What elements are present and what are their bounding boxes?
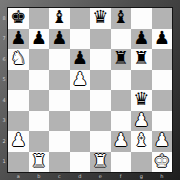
square-g7[interactable]: ♟ bbox=[131, 29, 152, 50]
file-labels: abcdefgh bbox=[8, 172, 172, 180]
rank-label-8: 8 bbox=[0, 8, 8, 29]
square-g2[interactable]: ♝ bbox=[131, 131, 152, 152]
piece-black-bishop: ♝ bbox=[113, 8, 129, 26]
square-a5[interactable] bbox=[8, 70, 29, 91]
square-f7[interactable] bbox=[111, 29, 132, 50]
square-c7[interactable]: ♟ bbox=[49, 29, 70, 50]
piece-black-queen: ♛ bbox=[92, 8, 108, 26]
square-e3[interactable] bbox=[90, 111, 111, 132]
rank-label-3: 3 bbox=[0, 111, 8, 132]
file-label-e: e bbox=[90, 172, 111, 180]
file-label-h: h bbox=[152, 172, 173, 180]
piece-black-pawn: ♟ bbox=[10, 29, 26, 47]
square-d6[interactable]: ♟ bbox=[70, 49, 91, 70]
square-h8[interactable] bbox=[152, 8, 173, 29]
square-d2[interactable] bbox=[70, 131, 91, 152]
square-b1[interactable]: ♜ bbox=[29, 152, 50, 173]
square-f4[interactable] bbox=[111, 90, 132, 111]
square-a8[interactable]: ♚ bbox=[8, 8, 29, 29]
square-h2[interactable]: ♟ bbox=[152, 131, 173, 152]
file-label-a: a bbox=[8, 172, 29, 180]
square-e6[interactable] bbox=[90, 49, 111, 70]
piece-white-rook: ♜ bbox=[31, 152, 47, 170]
square-c8[interactable]: ♝ bbox=[49, 8, 70, 29]
square-g5[interactable] bbox=[131, 70, 152, 91]
square-d7[interactable] bbox=[70, 29, 91, 50]
square-c2[interactable] bbox=[49, 131, 70, 152]
square-g6[interactable]: ♜ bbox=[131, 49, 152, 70]
piece-white-pawn: ♟ bbox=[10, 131, 26, 149]
square-h4[interactable] bbox=[152, 90, 173, 111]
piece-white-rook: ♜ bbox=[92, 152, 108, 170]
square-e7[interactable] bbox=[90, 29, 111, 50]
square-b7[interactable]: ♟ bbox=[29, 29, 50, 50]
piece-white-pawn: ♟ bbox=[133, 111, 149, 129]
square-d3[interactable] bbox=[70, 111, 91, 132]
square-f8[interactable]: ♝ bbox=[111, 8, 132, 29]
square-b3[interactable] bbox=[29, 111, 50, 132]
file-label-d: d bbox=[70, 172, 91, 180]
square-f6[interactable]: ♜ bbox=[111, 49, 132, 70]
square-b8[interactable] bbox=[29, 8, 50, 29]
square-a3[interactable] bbox=[8, 111, 29, 132]
square-d1[interactable] bbox=[70, 152, 91, 173]
piece-white-king: ♚ bbox=[154, 152, 170, 170]
rank-labels: 87654321 bbox=[0, 8, 8, 172]
square-c4[interactable] bbox=[49, 90, 70, 111]
file-label-f: f bbox=[111, 172, 132, 180]
square-g3[interactable]: ♟ bbox=[131, 111, 152, 132]
file-label-g: g bbox=[131, 172, 152, 180]
rank-label-2: 2 bbox=[0, 131, 8, 152]
square-f1[interactable] bbox=[111, 152, 132, 173]
file-label-b: b bbox=[29, 172, 50, 180]
square-e5[interactable] bbox=[90, 70, 111, 91]
square-b2[interactable] bbox=[29, 131, 50, 152]
piece-black-pawn: ♟ bbox=[31, 29, 47, 47]
square-b4[interactable] bbox=[29, 90, 50, 111]
piece-black-rook: ♜ bbox=[113, 49, 129, 67]
square-b5[interactable] bbox=[29, 70, 50, 91]
square-e2[interactable] bbox=[90, 131, 111, 152]
square-h3[interactable] bbox=[152, 111, 173, 132]
rank-label-4: 4 bbox=[0, 90, 8, 111]
square-d4[interactable] bbox=[70, 90, 91, 111]
square-e8[interactable]: ♛ bbox=[90, 8, 111, 29]
piece-black-king: ♚ bbox=[10, 8, 26, 26]
piece-black-rook: ♜ bbox=[133, 49, 149, 67]
piece-black-bishop: ♝ bbox=[51, 8, 67, 26]
piece-white-knight: ♞ bbox=[10, 49, 26, 67]
piece-black-pawn: ♟ bbox=[133, 29, 149, 47]
square-d8[interactable] bbox=[70, 8, 91, 29]
square-h7[interactable]: ♟ bbox=[152, 29, 173, 50]
piece-white-pawn: ♟ bbox=[113, 131, 129, 149]
square-c5[interactable] bbox=[49, 70, 70, 91]
square-g1[interactable] bbox=[131, 152, 152, 173]
square-f2[interactable]: ♟ bbox=[111, 131, 132, 152]
square-b6[interactable] bbox=[29, 49, 50, 70]
rank-label-6: 6 bbox=[0, 49, 8, 70]
square-e4[interactable] bbox=[90, 90, 111, 111]
square-g4[interactable]: ♛ bbox=[131, 90, 152, 111]
square-g8[interactable] bbox=[131, 8, 152, 29]
square-f5[interactable] bbox=[111, 70, 132, 91]
square-a6[interactable]: ♞ bbox=[8, 49, 29, 70]
rank-label-5: 5 bbox=[0, 70, 8, 91]
square-d5[interactable]: ♟ bbox=[70, 70, 91, 91]
square-c6[interactable] bbox=[49, 49, 70, 70]
square-a1[interactable] bbox=[8, 152, 29, 173]
board-frame: ♚♝♛♝♟♟♟♟♟♞♟♜♜♟♛♟♟♟♝♟♜♜♚ 87654321 abcdefg… bbox=[0, 0, 180, 180]
piece-black-pawn: ♟ bbox=[51, 29, 67, 47]
square-f3[interactable] bbox=[111, 111, 132, 132]
square-a2[interactable]: ♟ bbox=[8, 131, 29, 152]
square-h6[interactable] bbox=[152, 49, 173, 70]
square-c3[interactable] bbox=[49, 111, 70, 132]
piece-white-bishop: ♝ bbox=[133, 131, 149, 149]
square-a7[interactable]: ♟ bbox=[8, 29, 29, 50]
piece-black-pawn: ♟ bbox=[72, 49, 88, 67]
piece-black-queen: ♛ bbox=[133, 90, 149, 108]
piece-black-pawn: ♟ bbox=[154, 29, 170, 47]
square-e1[interactable]: ♜ bbox=[90, 152, 111, 173]
square-a4[interactable] bbox=[8, 90, 29, 111]
file-label-c: c bbox=[49, 172, 70, 180]
rank-label-1: 1 bbox=[0, 152, 8, 173]
square-h1[interactable]: ♚ bbox=[152, 152, 173, 173]
piece-white-pawn: ♟ bbox=[72, 70, 88, 88]
piece-white-pawn: ♟ bbox=[154, 131, 170, 149]
square-h5[interactable] bbox=[152, 70, 173, 91]
square-c1[interactable] bbox=[49, 152, 70, 173]
chess-board: ♚♝♛♝♟♟♟♟♟♞♟♜♜♟♛♟♟♟♝♟♜♜♚ bbox=[8, 8, 172, 172]
rank-label-7: 7 bbox=[0, 29, 8, 50]
